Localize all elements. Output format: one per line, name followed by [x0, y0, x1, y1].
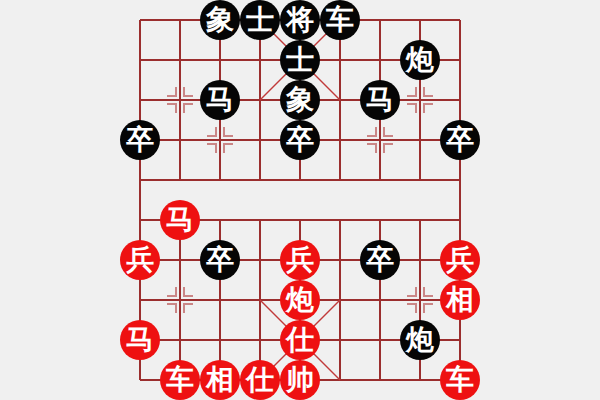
piece-red-elephant[interactable]: 相 [440, 280, 480, 320]
board-point: 帅 [280, 360, 320, 400]
board-point: 车 [160, 360, 200, 400]
piece-red-chariot[interactable]: 车 [440, 360, 480, 400]
piece-black-cannon[interactable]: 炮 [400, 40, 440, 80]
board-point: 士 [240, 0, 280, 40]
board-point: 相 [200, 360, 240, 400]
xiangqi-board[interactable]: 象士将车士炮马象马卒卒卒马兵卒兵卒兵炮相马仕炮车相仕帅车 [120, 0, 480, 400]
board-point: 士 [280, 40, 320, 80]
board-point: 马 [360, 80, 400, 120]
piece-black-soldier[interactable]: 卒 [280, 120, 320, 160]
board-point: 卒 [280, 120, 320, 160]
piece-black-soldier[interactable]: 卒 [360, 240, 400, 280]
piece-red-soldier[interactable]: 兵 [280, 240, 320, 280]
piece-black-advisor[interactable]: 士 [240, 0, 280, 40]
piece-black-chariot[interactable]: 车 [320, 0, 360, 40]
piece-black-soldier[interactable]: 卒 [440, 120, 480, 160]
piece-black-advisor[interactable]: 士 [280, 40, 320, 80]
piece-red-advisor[interactable]: 仕 [280, 320, 320, 360]
board-point: 象 [280, 80, 320, 120]
board-point: 马 [160, 200, 200, 240]
board-point: 兵 [440, 240, 480, 280]
piece-black-soldier[interactable]: 卒 [200, 240, 240, 280]
board-point: 炮 [280, 280, 320, 320]
board-point: 仕 [240, 360, 280, 400]
board-point: 将 [280, 0, 320, 40]
board-point: 兵 [280, 240, 320, 280]
piece-red-soldier[interactable]: 兵 [440, 240, 480, 280]
piece-black-elephant[interactable]: 象 [280, 80, 320, 120]
board-point: 象 [200, 0, 240, 40]
board-point: 马 [120, 320, 160, 360]
piece-black-horse[interactable]: 马 [360, 80, 400, 120]
piece-black-soldier[interactable]: 卒 [120, 120, 160, 160]
board-point: 炮 [400, 320, 440, 360]
piece-red-cannon[interactable]: 炮 [280, 280, 320, 320]
board-point: 卒 [120, 120, 160, 160]
board-point: 相 [440, 280, 480, 320]
piece-red-general[interactable]: 帅 [280, 360, 320, 400]
piece-black-elephant[interactable]: 象 [200, 0, 240, 40]
board-point: 仕 [280, 320, 320, 360]
board-point: 马 [200, 80, 240, 120]
board-point: 卒 [200, 240, 240, 280]
piece-red-horse[interactable]: 马 [120, 320, 160, 360]
piece-red-soldier[interactable]: 兵 [120, 240, 160, 280]
piece-black-horse[interactable]: 马 [200, 80, 240, 120]
piece-red-advisor[interactable]: 仕 [240, 360, 280, 400]
piece-red-elephant[interactable]: 相 [200, 360, 240, 400]
piece-red-chariot[interactable]: 车 [160, 360, 200, 400]
piece-red-horse[interactable]: 马 [160, 200, 200, 240]
piece-black-cannon[interactable]: 炮 [400, 320, 440, 360]
board-point: 卒 [360, 240, 400, 280]
board-point: 兵 [120, 240, 160, 280]
board-point: 炮 [400, 40, 440, 80]
board-point: 车 [320, 0, 360, 40]
piece-black-general[interactable]: 将 [280, 0, 320, 40]
board-point: 卒 [440, 120, 480, 160]
board-point: 车 [440, 360, 480, 400]
xiangqi-app-canvas: 象士将车士炮马象马卒卒卒马兵卒兵卒兵炮相马仕炮车相仕帅车 [0, 0, 600, 400]
